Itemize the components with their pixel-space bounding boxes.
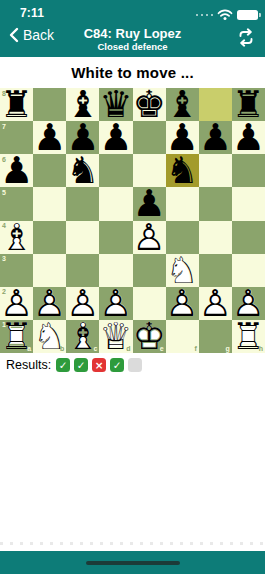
piece-white-rook[interactable]: ♜♖	[0, 320, 33, 353]
piece-white-pawn[interactable]: ♟♙	[166, 287, 199, 320]
square-c5[interactable]	[66, 187, 99, 220]
square-c4[interactable]	[66, 221, 99, 254]
square-e3[interactable]	[133, 254, 166, 287]
piece-black-pawn[interactable]: ♟	[232, 121, 265, 154]
repeat-button[interactable]	[236, 28, 256, 51]
result-check-icon: ✓	[74, 358, 88, 372]
piece-black-pawn[interactable]: ♟	[199, 121, 232, 154]
battery-icon	[237, 10, 258, 20]
square-f6[interactable]: ♞	[166, 154, 199, 187]
piece-black-king[interactable]: ♚	[133, 88, 166, 121]
piece-white-pawn[interactable]: ♟♙	[133, 221, 166, 254]
square-b6[interactable]	[33, 154, 66, 187]
square-f2[interactable]: ♟♙	[166, 287, 199, 320]
header: 7:11 Back C84: Ruy Lopez Closed d	[0, 0, 265, 57]
piece-white-knight[interactable]: ♞♘	[33, 320, 66, 353]
back-chevron-icon	[8, 27, 19, 43]
square-g2[interactable]: ♟♙	[199, 287, 232, 320]
square-b7[interactable]: ♟	[33, 121, 66, 154]
piece-black-pawn[interactable]: ♟	[99, 121, 132, 154]
piece-black-knight[interactable]: ♞	[166, 154, 199, 187]
piece-black-knight[interactable]: ♞	[66, 154, 99, 187]
file-label-g: g	[226, 345, 230, 352]
app: 7:11 Back C84: Ruy Lopez Closed d	[0, 0, 265, 372]
rank-label-7: 7	[2, 123, 6, 130]
square-a8[interactable]: 8♜	[0, 88, 33, 121]
piece-black-pawn[interactable]: ♟	[0, 154, 33, 187]
page-subtitle: Closed defence	[48, 41, 218, 52]
square-e8[interactable]: ♚	[133, 88, 166, 121]
square-d1[interactable]: d♛♕	[99, 320, 132, 353]
square-g1[interactable]: g	[199, 320, 232, 353]
cellular-signal-icon	[196, 14, 214, 17]
square-h1[interactable]: h♜♖	[232, 320, 265, 353]
square-d4[interactable]	[99, 221, 132, 254]
square-d5[interactable]	[99, 187, 132, 220]
square-h6[interactable]	[232, 154, 265, 187]
square-g5[interactable]	[199, 187, 232, 220]
square-c1[interactable]: c♝♗	[66, 320, 99, 353]
page-divider	[0, 542, 265, 545]
square-f5[interactable]	[166, 187, 199, 220]
square-e7[interactable]	[133, 121, 166, 154]
wifi-icon	[217, 9, 233, 21]
square-b5[interactable]	[33, 187, 66, 220]
square-h4[interactable]	[232, 221, 265, 254]
home-indicator[interactable]	[86, 561, 180, 565]
square-g4[interactable]	[199, 221, 232, 254]
page-title: C84: Ruy Lopez	[48, 26, 218, 41]
square-h7[interactable]: ♟	[232, 121, 265, 154]
square-f1[interactable]: f	[166, 320, 199, 353]
square-d7[interactable]: ♟	[99, 121, 132, 154]
result-cross-icon: ×	[92, 358, 106, 372]
result-empty-icon	[128, 358, 142, 372]
result-check-icon: ✓	[56, 358, 70, 372]
piece-white-queen[interactable]: ♛♕	[99, 320, 132, 353]
status-time: 7:11	[14, 6, 50, 20]
square-g6[interactable]	[199, 154, 232, 187]
square-e1[interactable]: e♚♔	[133, 320, 166, 353]
piece-white-rook[interactable]: ♜♖	[232, 320, 265, 353]
file-label-f: f	[194, 345, 196, 352]
piece-white-king[interactable]: ♚♔	[133, 320, 166, 353]
nav-bar: Back C84: Ruy Lopez Closed defence	[0, 24, 265, 57]
square-a1[interactable]: 1a♜♖	[0, 320, 33, 353]
square-b4[interactable]	[33, 221, 66, 254]
piece-black-rook[interactable]: ♜	[0, 88, 33, 121]
square-d6[interactable]	[99, 154, 132, 187]
square-b1[interactable]: b♞♘	[33, 320, 66, 353]
rank-label-3: 3	[2, 255, 6, 262]
rank-label-5: 5	[2, 189, 6, 196]
square-e4[interactable]: ♟♙	[133, 221, 166, 254]
square-g7[interactable]: ♟	[199, 121, 232, 154]
bottom-bar	[0, 551, 265, 574]
piece-white-bishop[interactable]: ♝♗	[66, 320, 99, 353]
square-c6[interactable]: ♞	[66, 154, 99, 187]
piece-white-bishop[interactable]: ♝♗	[0, 221, 33, 254]
status-bar: 7:11	[0, 0, 265, 24]
results-label: Results:	[6, 358, 51, 372]
status-icons	[196, 9, 259, 21]
result-check-icon: ✓	[110, 358, 124, 372]
piece-black-pawn[interactable]: ♟	[33, 121, 66, 154]
square-h5[interactable]	[232, 187, 265, 220]
square-a4[interactable]: 4♝♗	[0, 221, 33, 254]
nav-title-block: C84: Ruy Lopez Closed defence	[48, 26, 218, 52]
chess-board: 8♜♝♛♚♝♜7♟♟♟♟♟♟6♟♞♞5♟4♝♗♟♙3♞♘2♟♙♟♙♟♙♟♙♟♙♟…	[0, 88, 265, 353]
repeat-icon	[236, 28, 256, 47]
square-a6[interactable]: 6♟	[0, 154, 33, 187]
piece-white-pawn[interactable]: ♟♙	[199, 287, 232, 320]
